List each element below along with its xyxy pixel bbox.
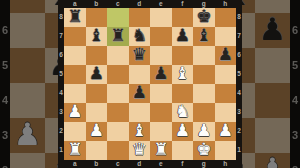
square-b6[interactable]	[86, 46, 108, 65]
file-label-bottom-g: g	[193, 160, 215, 168]
rank-label-right-4-text: 4	[292, 95, 298, 106]
square-h7[interactable]	[255, 0, 290, 13]
rank-label-left-1-text: 1	[59, 147, 63, 154]
rank-label-left-7-text: 7	[2, 0, 8, 1]
video-frame: abcdefgh8♜♚87♝♜♞♟♝76♛♟65♟♟♝54♟43♟♞32♟♝♟♟…	[0, 0, 300, 168]
rank-label-left-3-text: 3	[59, 109, 63, 116]
rank-label-right-7-text: 7	[292, 0, 298, 1]
square-e1[interactable]: ♜	[150, 141, 172, 160]
square-c5[interactable]	[107, 65, 129, 84]
rank-label-left-6-text: 6	[2, 25, 8, 36]
square-b2[interactable]: ♟	[86, 122, 108, 141]
white-bishop: ♝	[175, 65, 190, 82]
square-c6[interactable]	[107, 46, 129, 65]
rank-label-left-2: 2	[0, 153, 10, 168]
square-e4[interactable]	[150, 84, 172, 103]
black-bishop: ♝	[196, 27, 211, 44]
rank-label-right-2-text: 2	[292, 165, 298, 168]
square-a3[interactable]: ♟	[64, 103, 86, 122]
rank-label-right-7-text: 7	[237, 33, 241, 40]
square-e3[interactable]	[150, 103, 172, 122]
rank-label-right-3: 3	[290, 118, 300, 153]
white-pawn: ♟	[196, 122, 211, 139]
file-label-top-a: a	[64, 0, 86, 8]
rank-label-left-5-text: 5	[2, 60, 8, 71]
file-label-bottom-f: f	[172, 160, 194, 168]
square-g6[interactable]	[193, 46, 215, 65]
square-c4[interactable]	[107, 84, 129, 103]
file-label-bottom-g-text: g	[202, 161, 206, 168]
square-h3[interactable]	[215, 103, 237, 122]
square-f2[interactable]: ♟	[172, 122, 194, 141]
square-d6[interactable]: ♛	[129, 46, 151, 65]
square-d3[interactable]	[129, 103, 151, 122]
square-a6[interactable]	[64, 46, 86, 65]
square-a7[interactable]	[10, 0, 45, 13]
file-label-bottom-f-text: f	[181, 161, 183, 168]
square-g5[interactable]	[193, 65, 215, 84]
black-knight: ♞	[132, 27, 147, 44]
square-b1[interactable]	[86, 141, 108, 160]
white-knight: ♞	[175, 103, 190, 120]
rank-label-left-6: 6	[0, 13, 10, 48]
square-a5[interactable]	[64, 65, 86, 84]
rank-label-left-7-text: 7	[59, 33, 63, 40]
file-label-bottom-h-text: h	[223, 161, 227, 168]
rank-label-right-6: 6	[236, 46, 242, 65]
file-label-bottom-d: d	[129, 160, 151, 168]
square-b7[interactable]: ♝	[86, 27, 108, 46]
rank-label-right-2: 2	[236, 122, 242, 141]
file-label-bottom-d-text: d	[137, 161, 141, 168]
rank-label-right-5-text: 5	[237, 71, 241, 78]
square-g2[interactable]: ♟	[193, 122, 215, 141]
white-pawn: ♟	[259, 154, 287, 168]
white-pawn: ♟	[14, 119, 42, 150]
square-f3[interactable]: ♞	[172, 103, 194, 122]
square-h4[interactable]	[255, 83, 290, 118]
square-b8[interactable]	[86, 8, 108, 27]
square-h1[interactable]	[215, 141, 237, 160]
file-label-top-d: d	[129, 0, 151, 8]
square-c8[interactable]	[107, 8, 129, 27]
black-pawn: ♟	[132, 84, 147, 101]
file-label-top-h-text: h	[223, 1, 227, 8]
file-label-top-f-text: f	[181, 1, 183, 8]
square-h6[interactable]: ♟	[255, 13, 290, 48]
white-pawn: ♟	[175, 122, 190, 139]
square-e2[interactable]	[150, 122, 172, 141]
black-queen: ♛	[132, 46, 147, 63]
black-bishop: ♝	[89, 27, 104, 44]
square-d7[interactable]: ♞	[129, 27, 151, 46]
white-queen: ♛	[132, 141, 147, 158]
square-e5[interactable]: ♟	[150, 65, 172, 84]
rank-label-left-3: 3	[0, 118, 10, 153]
square-f6[interactable]	[172, 46, 194, 65]
rank-label-right-3-text: 3	[237, 109, 241, 116]
rank-label-left-4-text: 4	[2, 95, 8, 106]
file-label-bottom-c-text: c	[116, 161, 120, 168]
rank-label-left-5: 5	[0, 48, 10, 83]
rank-label-right-3: 3	[236, 103, 242, 122]
square-c1[interactable]	[107, 141, 129, 160]
white-rook: ♜	[67, 141, 82, 158]
rank-label-right-2: 2	[290, 153, 300, 168]
square-c7[interactable]: ♜	[107, 27, 129, 46]
square-a2[interactable]	[64, 122, 86, 141]
square-f1[interactable]	[172, 141, 194, 160]
square-c3[interactable]	[107, 103, 129, 122]
square-a4[interactable]	[10, 83, 45, 118]
file-label-top-c-text: c	[116, 1, 120, 8]
square-d2[interactable]: ♝	[129, 122, 151, 141]
file-label-top-g: g	[193, 0, 215, 8]
square-a8[interactable]: ♜	[64, 8, 86, 27]
square-f8[interactable]	[172, 8, 194, 27]
rank-label-right-4: 4	[290, 83, 300, 118]
square-e8[interactable]	[150, 8, 172, 27]
square-b4[interactable]	[86, 84, 108, 103]
rank-label-left-4-text: 4	[59, 90, 63, 97]
file-label-top-g-text: g	[202, 1, 206, 8]
rank-label-right-1: 1	[236, 141, 242, 160]
square-d5[interactable]	[129, 65, 151, 84]
rank-label-left-7: 7	[0, 0, 10, 13]
rank-label-right-5: 5	[236, 65, 242, 84]
file-label-top-h: h	[215, 0, 237, 8]
square-h2[interactable]: ♟	[255, 153, 290, 168]
white-pawn: ♟	[67, 103, 82, 120]
square-g3[interactable]	[193, 103, 215, 122]
square-b5[interactable]: ♟	[86, 65, 108, 84]
rank-label-right-8-text: 8	[237, 14, 241, 21]
rank-label-right-5-text: 5	[292, 60, 298, 71]
square-g8[interactable]: ♚	[193, 8, 215, 27]
square-f4[interactable]	[172, 84, 194, 103]
black-pawn: ♟	[153, 65, 168, 82]
black-king: ♚	[196, 8, 211, 25]
file-label-top-d-text: d	[137, 1, 141, 8]
file-label-bottom-b-text: b	[94, 161, 98, 168]
square-d1[interactable]: ♛	[129, 141, 151, 160]
square-a2[interactable]	[10, 153, 45, 168]
square-h5[interactable]	[255, 48, 290, 83]
rank-label-right-4-text: 4	[237, 90, 241, 97]
file-label-bottom-c: c	[107, 160, 129, 168]
square-g7[interactable]: ♝	[193, 27, 215, 46]
rank-label-right-7: 7	[290, 0, 300, 13]
white-king: ♚	[196, 141, 211, 158]
square-h5[interactable]	[215, 65, 237, 84]
square-a3[interactable]: ♟	[10, 118, 45, 153]
black-rook: ♜	[67, 8, 82, 25]
file-label-top-a-text: a	[73, 1, 77, 8]
file-label-top-f: f	[172, 0, 194, 8]
rank-label-right-5: 5	[290, 48, 300, 83]
white-pawn: ♟	[89, 122, 104, 139]
file-label-top-c: c	[107, 0, 129, 8]
black-pawn: ♟	[89, 65, 104, 82]
rank-label-right-6: 6	[290, 13, 300, 48]
rank-label-left-8-text: 8	[59, 14, 63, 21]
black-pawn: ♟	[259, 14, 287, 45]
square-a7[interactable]	[64, 27, 86, 46]
file-label-top-e-text: e	[159, 1, 163, 8]
rank-label-right-8: 8	[236, 8, 242, 27]
file-label-bottom-h: h	[215, 160, 237, 168]
white-bishop: ♝	[132, 122, 147, 139]
square-c2[interactable]	[107, 122, 129, 141]
board-corner	[236, 0, 242, 8]
square-d4[interactable]: ♟	[129, 84, 151, 103]
rank-label-right-7: 7	[236, 27, 242, 46]
square-h3[interactable]	[255, 118, 290, 153]
rank-label-left-3-text: 3	[2, 130, 8, 141]
square-f5[interactable]: ♝	[172, 65, 194, 84]
white-pawn: ♟	[218, 122, 233, 139]
file-label-bottom-a: a	[64, 160, 86, 168]
square-d8[interactable]	[129, 8, 151, 27]
black-pawn: ♟	[218, 46, 233, 63]
square-a1[interactable]: ♜	[64, 141, 86, 160]
rank-label-left-2-text: 2	[2, 165, 8, 168]
rank-label-right-3-text: 3	[292, 130, 298, 141]
square-h8[interactable]	[215, 8, 237, 27]
rank-label-left-6-text: 6	[59, 52, 63, 59]
rank-label-right-4: 4	[236, 84, 242, 103]
rank-label-right-6-text: 6	[292, 25, 298, 36]
file-label-top-b: b	[86, 0, 108, 8]
board-corner	[236, 160, 242, 168]
file-label-bottom-a-text: a	[73, 161, 77, 168]
rank-label-right-2-text: 2	[237, 128, 241, 135]
square-g1[interactable]: ♚	[193, 141, 215, 160]
square-a5[interactable]	[10, 48, 45, 83]
chess-board: abcdefgh8♜♚87♝♜♞♟♝76♛♟65♟♟♝54♟43♟♞32♟♝♟♟…	[58, 0, 242, 168]
square-b3[interactable]	[86, 103, 108, 122]
black-pawn: ♟	[175, 27, 190, 44]
file-label-bottom-e-text: e	[159, 161, 163, 168]
square-g4[interactable]	[193, 84, 215, 103]
file-label-top-e: e	[150, 0, 172, 8]
square-e7[interactable]	[150, 27, 172, 46]
rank-label-right-1-text: 1	[237, 147, 241, 154]
square-a6[interactable]	[10, 13, 45, 48]
square-h6[interactable]: ♟	[215, 46, 237, 65]
square-h7[interactable]	[215, 27, 237, 46]
file-label-bottom-b: b	[86, 160, 108, 168]
file-label-bottom-e: e	[150, 160, 172, 168]
square-f7[interactable]: ♟	[172, 27, 194, 46]
square-a4[interactable]	[64, 84, 86, 103]
rank-label-left-4: 4	[0, 83, 10, 118]
black-rook: ♜	[110, 27, 125, 44]
white-rook: ♜	[153, 141, 168, 158]
square-h4[interactable]	[215, 84, 237, 103]
square-e6[interactable]	[150, 46, 172, 65]
file-label-top-b-text: b	[94, 1, 98, 8]
square-h2[interactable]: ♟	[215, 122, 237, 141]
rank-label-left-2-text: 2	[59, 128, 63, 135]
rank-label-right-6-text: 6	[237, 52, 241, 59]
rank-label-left-5-text: 5	[59, 71, 63, 78]
